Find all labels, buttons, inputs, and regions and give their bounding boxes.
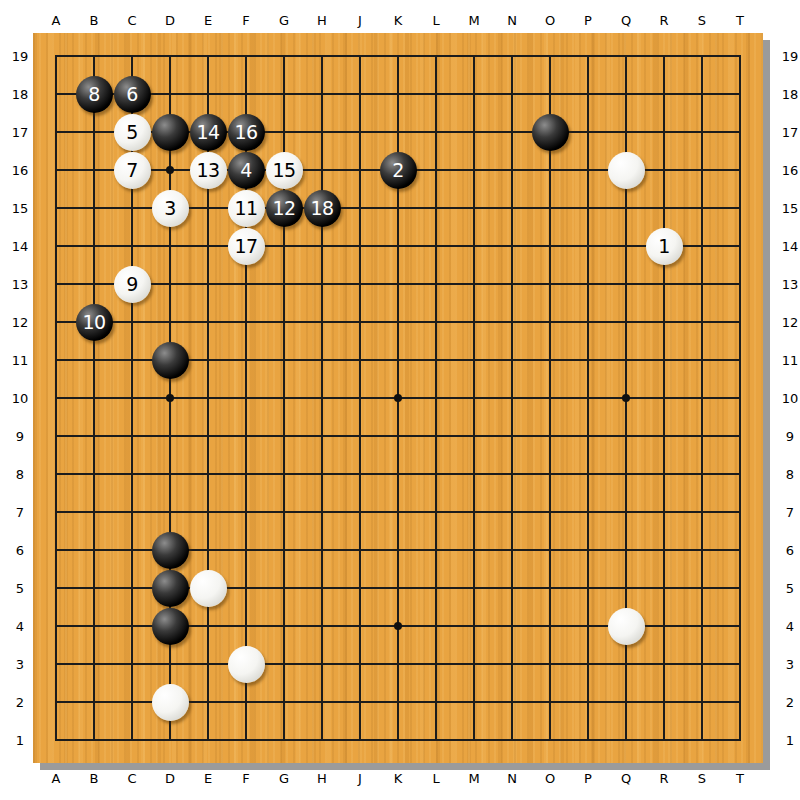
coord-label-right-15: 15 [782,201,799,216]
stone-K16: 2 [380,152,417,189]
coord-label-left-17: 17 [12,125,29,140]
coord-label-right-12: 12 [782,315,799,330]
coord-label-left-12: 12 [12,315,29,330]
move-number: 16 [234,123,257,142]
coord-label-right-18: 18 [782,87,799,102]
coord-label-right-2: 2 [786,695,794,710]
coord-label-left-16: 16 [12,163,29,178]
coord-label-right-16: 16 [782,163,799,178]
stone-D11 [152,342,189,379]
stone-Q16 [608,152,645,189]
coord-label-bottom-Q: Q [621,771,631,786]
move-number: 8 [88,85,100,104]
stone-F17: 16 [228,114,265,151]
star-point-D16 [166,166,174,174]
coord-label-top-R: R [659,13,668,28]
coord-label-left-13: 13 [12,277,29,292]
stone-Q4 [608,608,645,645]
star-point-K4 [394,622,402,630]
move-number: 10 [82,313,105,332]
move-number: 2 [392,161,404,180]
move-number: 7 [126,161,138,180]
coord-label-bottom-K: K [394,771,403,786]
coord-label-top-P: P [584,13,592,28]
stone-D4 [152,608,189,645]
coord-label-bottom-E: E [204,771,212,786]
coord-label-top-E: E [204,13,212,28]
coord-label-top-S: S [698,13,706,28]
coord-label-right-3: 3 [786,657,794,672]
coord-label-left-14: 14 [12,239,29,254]
coord-label-right-17: 17 [782,125,799,140]
stone-D5 [152,570,189,607]
coord-label-bottom-D: D [165,771,175,786]
stone-C17: 5 [114,114,151,151]
coord-label-top-J: J [358,13,362,28]
star-point-K10 [394,394,402,402]
coord-label-left-1: 1 [16,733,24,748]
coord-label-bottom-M: M [468,771,479,786]
stone-F3 [228,646,265,683]
coord-label-top-M: M [468,13,479,28]
move-number: 14 [196,123,219,142]
coord-label-right-13: 13 [782,277,799,292]
coord-label-bottom-R: R [659,771,668,786]
coord-label-bottom-F: F [242,771,249,786]
stone-F15: 11 [228,190,265,227]
stone-G16: 15 [266,152,303,189]
coord-label-right-8: 8 [786,467,794,482]
coord-label-bottom-L: L [432,771,439,786]
move-number: 3 [164,199,176,218]
coord-label-top-T: T [736,13,744,28]
coord-label-top-C: C [127,13,136,28]
coord-label-left-19: 19 [12,49,29,64]
stone-D15: 3 [152,190,189,227]
coord-label-bottom-G: G [279,771,289,786]
move-number: 15 [272,161,295,180]
move-number: 17 [234,237,257,256]
coord-label-bottom-N: N [507,771,517,786]
coord-label-top-F: F [242,13,249,28]
coord-label-left-10: 10 [12,391,29,406]
coord-label-right-6: 6 [786,543,794,558]
stone-H15: 18 [304,190,341,227]
coord-label-right-4: 4 [786,619,794,634]
move-number: 11 [234,199,257,218]
stone-C18: 6 [114,76,151,113]
coord-label-top-G: G [279,13,289,28]
stone-B12: 10 [76,304,113,341]
stone-D6 [152,532,189,569]
coord-label-left-5: 5 [16,581,24,596]
coord-label-top-N: N [507,13,517,28]
stone-E17: 14 [190,114,227,151]
coord-label-left-2: 2 [16,695,24,710]
stone-F14: 17 [228,228,265,265]
stone-C16: 7 [114,152,151,189]
coord-label-right-14: 14 [782,239,799,254]
move-number: 9 [126,275,138,294]
coord-label-right-10: 10 [782,391,799,406]
stone-O17 [532,114,569,151]
coord-label-bottom-S: S [698,771,706,786]
coord-label-top-B: B [90,13,99,28]
move-number: 12 [272,199,295,218]
coord-label-left-7: 7 [16,505,24,520]
coord-label-bottom-B: B [90,771,99,786]
move-number: 1 [658,237,670,256]
coord-label-left-9: 9 [16,429,24,444]
coord-label-bottom-O: O [545,771,555,786]
star-point-D10 [166,394,174,402]
coord-label-right-1: 1 [786,733,794,748]
coord-label-bottom-J: J [358,771,362,786]
stone-C13: 9 [114,266,151,303]
coord-label-right-7: 7 [786,505,794,520]
stone-E16: 13 [190,152,227,189]
coord-label-right-9: 9 [786,429,794,444]
coord-label-right-11: 11 [782,353,799,368]
goban[interactable]: 865141671341523111218171910 [33,33,763,763]
coord-label-left-6: 6 [16,543,24,558]
move-number: 5 [126,123,138,142]
go-diagram-page: AABBCCDDEEFFGGHHJJKKLLMMNNOOPPQQRRSSTT19… [0,0,800,800]
coord-label-bottom-P: P [584,771,592,786]
move-number: 18 [310,199,333,218]
coord-label-left-3: 3 [16,657,24,672]
coord-label-right-5: 5 [786,581,794,596]
coord-label-top-O: O [545,13,555,28]
coord-label-bottom-A: A [52,771,61,786]
coord-label-top-L: L [432,13,439,28]
coord-label-left-4: 4 [16,619,24,634]
coord-label-left-18: 18 [12,87,29,102]
stone-D17 [152,114,189,151]
stone-E5 [190,570,227,607]
move-number: 6 [126,85,138,104]
coord-label-right-19: 19 [782,49,799,64]
star-point-Q10 [622,394,630,402]
coord-label-top-K: K [394,13,403,28]
stone-B18: 8 [76,76,113,113]
stone-grid: 865141671341523111218171910 [37,37,759,759]
stone-G15: 12 [266,190,303,227]
coord-label-left-11: 11 [12,353,29,368]
stone-D2 [152,684,189,721]
coord-label-bottom-T: T [736,771,744,786]
coord-label-top-D: D [165,13,175,28]
coord-label-top-Q: Q [621,13,631,28]
coord-label-left-8: 8 [16,467,24,482]
coord-label-bottom-C: C [127,771,136,786]
stone-F16: 4 [228,152,265,189]
move-number: 13 [196,161,219,180]
stone-R14: 1 [646,228,683,265]
coord-label-top-A: A [52,13,61,28]
coord-label-top-H: H [317,13,327,28]
coord-label-bottom-H: H [317,771,327,786]
move-number: 4 [240,161,252,180]
coord-label-left-15: 15 [12,201,29,216]
